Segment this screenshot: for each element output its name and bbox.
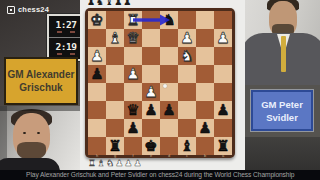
file-label-d: d	[160, 154, 178, 158]
captured-white-tray: ♜♝♞♟♟♟	[88, 158, 141, 169]
square-d2[interactable]	[160, 29, 178, 47]
square-c1[interactable]	[178, 11, 196, 29]
captured-black-p: ♟	[87, 0, 95, 8]
white-k-piece: ♚	[88, 11, 106, 29]
video-frame: chess24 1:27 2:19 GM Alexander Grischuk	[0, 0, 320, 180]
square-f6[interactable]: ♛	[124, 101, 142, 119]
file-label-f: f	[124, 154, 142, 158]
chess24-logo-icon	[7, 6, 15, 14]
square-d1[interactable]: ♞	[160, 11, 178, 29]
grischuk-nameplate: GM Alexander Grischuk	[4, 57, 78, 105]
captured-black-p: ♟	[114, 0, 122, 8]
square-e3[interactable]	[142, 47, 160, 65]
square-b4[interactable]	[196, 65, 214, 83]
black-p-piece: ♟	[142, 101, 160, 119]
white-p-piece: ♟	[88, 47, 106, 65]
captured-white-r: ♜	[88, 158, 96, 169]
square-g4[interactable]	[106, 65, 124, 83]
square-a5[interactable]	[214, 83, 232, 101]
analysis-dot	[163, 84, 167, 88]
black-p-piece: ♟	[196, 119, 214, 137]
square-h2[interactable]	[88, 29, 106, 47]
square-h7[interactable]	[88, 119, 106, 137]
square-c5[interactable]	[178, 83, 196, 101]
captured-black-b: ♝	[105, 0, 113, 8]
file-label-g: g	[106, 154, 124, 158]
square-g3[interactable]	[106, 47, 124, 65]
captured-white-p: ♟	[115, 158, 123, 169]
file-label-e: e	[142, 154, 160, 158]
white-p-piece: ♟	[214, 29, 232, 47]
file-label-c: c	[178, 154, 196, 158]
black-p-piece: ♟	[124, 119, 142, 137]
black-p-piece: ♟	[160, 101, 178, 119]
left-panel: chess24 1:27 2:19 GM Alexander Grischuk	[0, 0, 80, 170]
white-r-piece: ♜	[124, 11, 142, 29]
svidler-webcam	[245, 0, 320, 85]
grischuk-name-line2: Grischuk	[19, 81, 62, 94]
svidler-name-line2: Svidler	[266, 111, 298, 124]
file-label-h: h	[88, 154, 106, 158]
square-b7[interactable]: ♟	[196, 119, 214, 137]
caption-bar: Play Alexander Grischuk and Peter Svidle…	[0, 170, 320, 180]
white-p-piece: ♟	[124, 65, 142, 83]
white-p-piece: ♟	[178, 29, 196, 47]
clock-top: 1:27	[49, 16, 83, 37]
square-c3[interactable]: ♞	[178, 47, 196, 65]
captured-black-n: ♞	[96, 0, 104, 8]
square-g7[interactable]	[106, 119, 124, 137]
board-column: ♟♞♝♟♟ ♚♜♞♝♛♟♟♟♞♟♟♟♛♟♟♟♟♟♜♚♝♜ hgfedcba ♜♝…	[80, 0, 245, 170]
clock-bottom-marks	[57, 53, 75, 55]
square-b2[interactable]	[196, 29, 214, 47]
square-a7[interactable]	[214, 119, 232, 137]
square-a6[interactable]: ♟	[214, 101, 232, 119]
square-h4[interactable]: ♟	[88, 65, 106, 83]
square-g1[interactable]	[106, 11, 124, 29]
square-e6[interactable]: ♟	[142, 101, 160, 119]
square-a3[interactable]	[214, 47, 232, 65]
chessboard-frame: ♚♜♞♝♛♟♟♟♞♟♟♟♛♟♟♟♟♟♜♚♝♜ hgfedcba	[85, 8, 235, 158]
square-c2[interactable]: ♟	[178, 29, 196, 47]
square-f2[interactable]: ♛	[124, 29, 142, 47]
square-g6[interactable]	[106, 101, 124, 119]
grischuk-webcam	[0, 106, 80, 170]
square-e7[interactable]	[142, 119, 160, 137]
captured-white-b: ♝	[97, 158, 105, 169]
chess24-logo: chess24	[7, 5, 49, 14]
square-h1[interactable]: ♚	[88, 11, 106, 29]
black-n-piece: ♞	[160, 11, 178, 29]
grischuk-eye	[23, 132, 26, 134]
square-c7[interactable]	[178, 119, 196, 137]
square-h5[interactable]	[88, 83, 106, 101]
square-d4[interactable]	[160, 65, 178, 83]
square-g2[interactable]: ♝	[106, 29, 124, 47]
white-b-piece: ♝	[106, 29, 124, 47]
chessboard: ♚♜♞♝♛♟♟♟♞♟♟♟♛♟♟♟♟♟♜♚♝♜	[88, 11, 232, 155]
black-p-piece: ♟	[214, 101, 232, 119]
clock-top-marks	[57, 31, 75, 33]
file-label-a: a	[214, 154, 232, 158]
grischuk-eye	[37, 132, 40, 134]
square-e4[interactable]	[142, 65, 160, 83]
grischuk-torso	[0, 158, 60, 170]
clock-bottom: 2:19	[49, 37, 83, 59]
captured-white-n: ♞	[106, 158, 114, 169]
chess24-logo-text: chess24	[18, 5, 49, 14]
black-q-piece: ♛	[124, 101, 142, 119]
square-c6[interactable]	[178, 101, 196, 119]
clock-bottom-time: 2:19	[56, 42, 77, 52]
square-f3[interactable]	[124, 47, 142, 65]
captured-black-p: ♟	[123, 0, 131, 8]
white-n-piece: ♞	[178, 47, 196, 65]
square-f5[interactable]	[124, 83, 142, 101]
square-b5[interactable]	[196, 83, 214, 101]
square-d6[interactable]: ♟	[160, 101, 178, 119]
right-lower-shadow	[245, 137, 320, 170]
square-a1[interactable]	[214, 11, 232, 29]
square-d3[interactable]	[160, 47, 178, 65]
clock-top-time: 1:27	[56, 20, 77, 30]
square-b3[interactable]	[196, 47, 214, 65]
square-b1[interactable]	[196, 11, 214, 29]
file-label-b: b	[196, 154, 214, 158]
square-b6[interactable]	[196, 101, 214, 119]
square-f4[interactable]: ♟	[124, 65, 142, 83]
svidler-name-line1: GM Peter	[261, 98, 303, 111]
captured-white-p: ♟	[133, 158, 141, 169]
square-e5[interactable]: ♟	[142, 83, 160, 101]
white-p-piece: ♟	[142, 83, 160, 101]
square-f7[interactable]: ♟	[124, 119, 142, 137]
square-f1[interactable]: ♜	[124, 11, 142, 29]
svidler-nameplate: GM Peter Svidler	[251, 90, 313, 131]
grischuk-name-line1: GM Alexander	[8, 68, 75, 81]
square-e2[interactable]	[142, 29, 160, 47]
black-p-piece: ♟	[88, 65, 106, 83]
captured-white-p: ♟	[124, 158, 132, 169]
square-h3[interactable]: ♟	[88, 47, 106, 65]
square-a2[interactable]: ♟	[214, 29, 232, 47]
square-e1[interactable]	[142, 11, 160, 29]
square-a4[interactable]	[214, 65, 232, 83]
white-q-piece: ♛	[124, 29, 142, 47]
square-h6[interactable]	[88, 101, 106, 119]
svidler-tie	[281, 36, 286, 72]
captured-black-tray: ♟♞♝♟♟	[87, 0, 131, 8]
caption-text: Play Alexander Grischuk and Peter Svidle…	[26, 171, 294, 179]
square-g5[interactable]	[106, 83, 124, 101]
file-coordinates: hgfedcba	[88, 154, 232, 158]
square-d7[interactable]	[160, 119, 178, 137]
square-c4[interactable]	[178, 65, 196, 83]
right-panel: GM Peter Svidler	[245, 0, 320, 170]
